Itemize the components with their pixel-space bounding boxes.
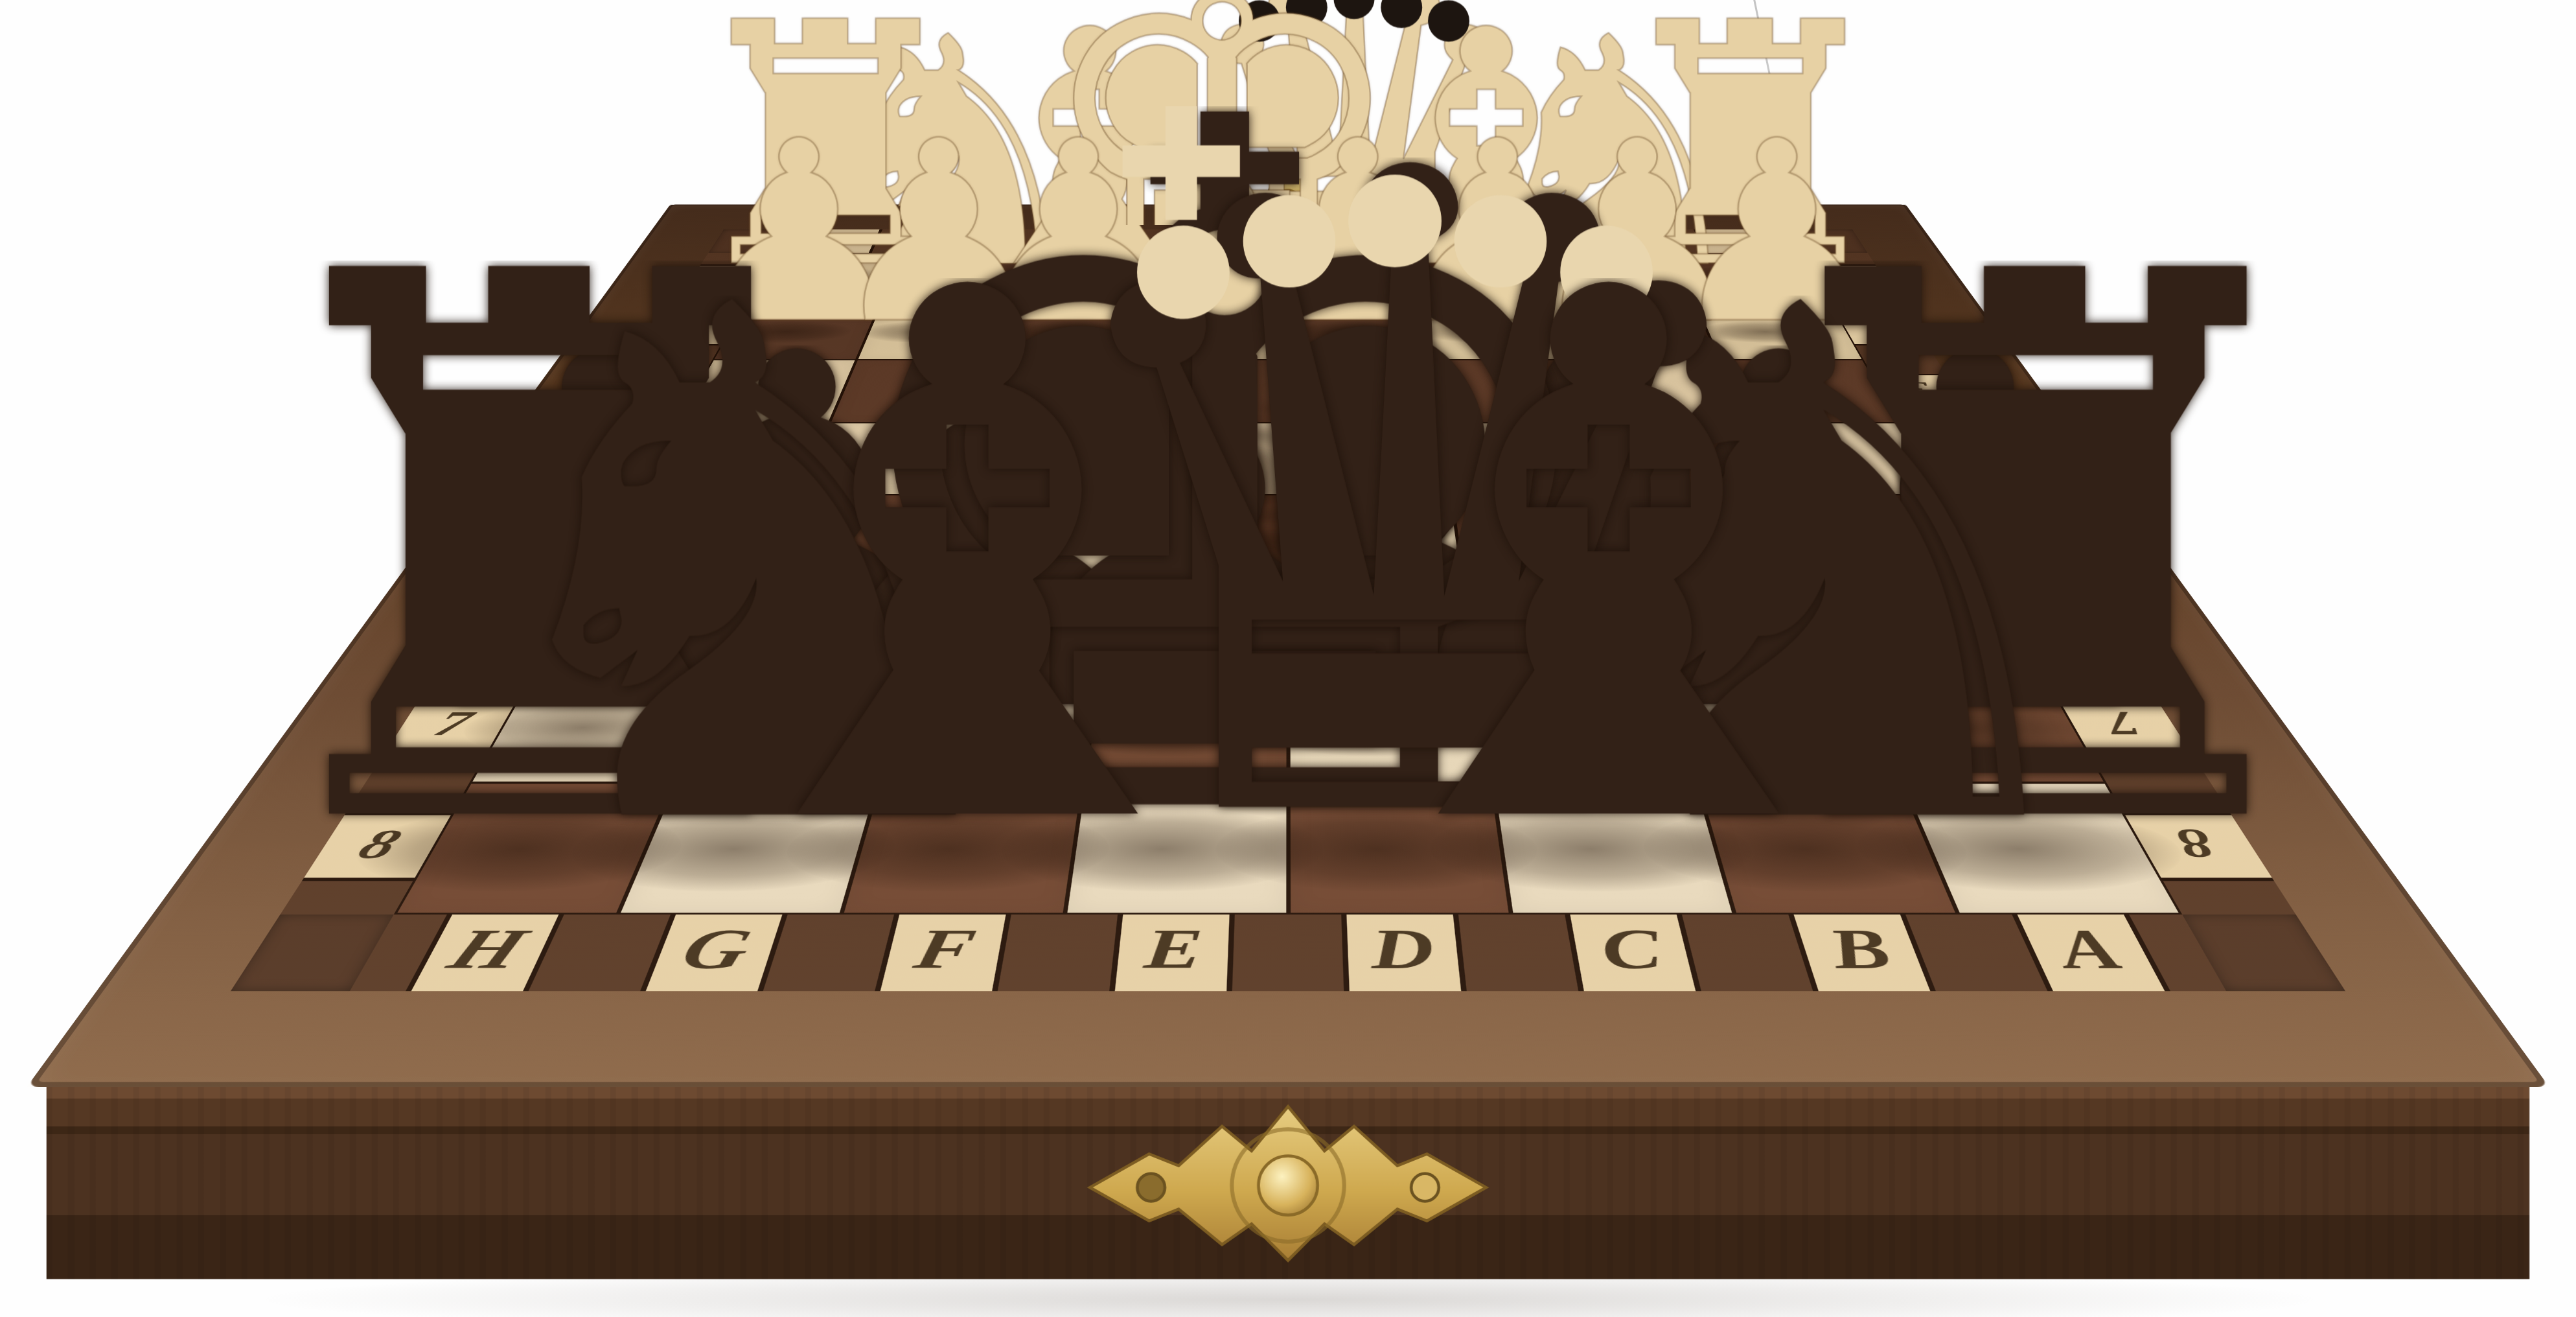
border-corner — [2182, 915, 2345, 991]
border-strip-near — [350, 915, 2226, 991]
piece-glyph: ♝ — [1227, 278, 1990, 846]
file-label-h: H — [437, 916, 538, 983]
clasp-icon[interactable] — [1076, 1097, 1500, 1266]
box-front-panel — [47, 1087, 2530, 1279]
file-label-g: G — [673, 916, 759, 983]
border-corner — [231, 915, 394, 991]
chess-board: ♚ HGFEDCBA1234567812345678 — [27, 204, 2549, 1087]
file-label-c: C — [1595, 916, 1668, 983]
file-label-b: B — [1819, 916, 1901, 983]
file-label-a: A — [2043, 916, 2134, 983]
file-label-f: F — [908, 916, 981, 983]
photo-scene: ♚ HGFEDCBA1234567812345678 — [0, 0, 2576, 1317]
file-label-e: E — [1142, 916, 1204, 983]
file-label-d: D — [1369, 916, 1436, 983]
